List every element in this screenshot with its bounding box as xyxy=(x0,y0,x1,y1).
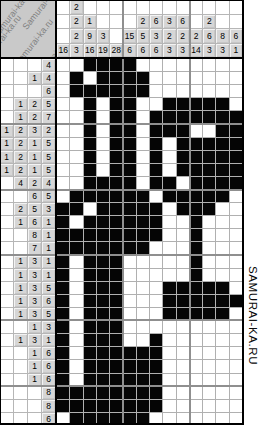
board-cell-r19c3[interactable] xyxy=(84,295,96,307)
board-cell-r4c4[interactable] xyxy=(97,98,109,110)
board-cell-r9c3[interactable] xyxy=(84,164,96,176)
board-cell-r22c9[interactable] xyxy=(163,334,175,346)
board-cell-r10c2[interactable] xyxy=(70,177,82,189)
board-cell-r6c9[interactable] xyxy=(163,125,175,137)
board-cell-r10c3[interactable] xyxy=(84,177,96,189)
board-cell-r9c11[interactable] xyxy=(190,164,202,176)
board-cell-r25c4[interactable] xyxy=(97,374,109,386)
board-cell-r25c5[interactable] xyxy=(110,374,122,386)
board-cell-r9c1[interactable] xyxy=(57,164,69,176)
board-cell-r24c10[interactable] xyxy=(177,360,189,372)
board-cell-r24c14[interactable] xyxy=(230,360,242,372)
board-cell-r6c1[interactable] xyxy=(57,125,69,137)
board-cell-r2c12[interactable] xyxy=(203,72,215,84)
board-cell-r10c12[interactable] xyxy=(203,177,215,189)
board-cell-r23c9[interactable] xyxy=(163,347,175,359)
board-cell-r9c8[interactable] xyxy=(150,164,162,176)
board-cell-r13c4[interactable] xyxy=(97,216,109,228)
board-cell-r10c11[interactable] xyxy=(190,177,202,189)
board-cell-r12c3[interactable] xyxy=(84,203,96,215)
board-cell-r18c4[interactable] xyxy=(97,282,109,294)
board-cell-r12c9[interactable] xyxy=(163,203,175,215)
board-cell-r17c5[interactable] xyxy=(110,269,122,281)
board-cell-r13c8[interactable] xyxy=(150,216,162,228)
board-cell-r5c8[interactable] xyxy=(150,111,162,123)
board-cell-r17c10[interactable] xyxy=(177,269,189,281)
board-cell-r21c12[interactable] xyxy=(203,321,215,333)
board-cell-r26c2[interactable] xyxy=(70,387,82,399)
board-cell-r8c1[interactable] xyxy=(57,151,69,163)
board-cell-r11c3[interactable] xyxy=(84,190,96,202)
board-cell-r26c11[interactable] xyxy=(190,387,202,399)
board-cell-r3c14[interactable] xyxy=(230,85,242,97)
board-cell-r11c6[interactable] xyxy=(123,190,135,202)
board-cell-r19c5[interactable] xyxy=(110,295,122,307)
board-cell-r25c8[interactable] xyxy=(150,374,162,386)
board-cell-r19c4[interactable] xyxy=(97,295,109,307)
board-cell-r6c14[interactable] xyxy=(230,125,242,137)
board-cell-r5c13[interactable] xyxy=(216,111,228,123)
board-cell-r27c3[interactable] xyxy=(84,400,96,412)
board-cell-r2c9[interactable] xyxy=(163,72,175,84)
board-cell-r19c14[interactable] xyxy=(230,295,242,307)
board-cell-r4c10[interactable] xyxy=(177,98,189,110)
board-cell-r1c7[interactable] xyxy=(137,59,149,71)
board-cell-r15c12[interactable] xyxy=(203,242,215,254)
board-cell-r13c14[interactable] xyxy=(230,216,242,228)
board-cell-r16c8[interactable] xyxy=(150,256,162,268)
board-cell-r13c9[interactable] xyxy=(163,216,175,228)
board-cell-r4c6[interactable] xyxy=(123,98,135,110)
board-cell-r6c11[interactable] xyxy=(190,125,202,137)
board-cell-r23c10[interactable] xyxy=(177,347,189,359)
board-cell-r19c9[interactable] xyxy=(163,295,175,307)
board-cell-r6c2[interactable] xyxy=(70,125,82,137)
board-cell-r17c2[interactable] xyxy=(70,269,82,281)
board-cell-r16c13[interactable] xyxy=(216,256,228,268)
board-cell-r17c14[interactable] xyxy=(230,269,242,281)
board-cell-r25c2[interactable] xyxy=(70,374,82,386)
board-cell-r14c1[interactable] xyxy=(57,229,69,241)
board-cell-r24c4[interactable] xyxy=(97,360,109,372)
board-cell-r24c13[interactable] xyxy=(216,360,228,372)
board-cell-r24c6[interactable] xyxy=(123,360,135,372)
board-cell-r19c8[interactable] xyxy=(150,295,162,307)
board-cell-r14c4[interactable] xyxy=(97,229,109,241)
board-cell-r7c8[interactable] xyxy=(150,138,162,150)
board-cell-r22c5[interactable] xyxy=(110,334,122,346)
board-cell-r10c13[interactable] xyxy=(216,177,228,189)
board-cell-r14c2[interactable] xyxy=(70,229,82,241)
board-cell-r17c8[interactable] xyxy=(150,269,162,281)
board-cell-r1c3[interactable] xyxy=(84,59,96,71)
board-cell-r21c6[interactable] xyxy=(123,321,135,333)
board-cell-r7c11[interactable] xyxy=(190,138,202,150)
board-cell-r9c10[interactable] xyxy=(177,164,189,176)
board-cell-r26c8[interactable] xyxy=(150,387,162,399)
board-cell-r2c8[interactable] xyxy=(150,72,162,84)
board-cell-r3c1[interactable] xyxy=(57,85,69,97)
board-cell-r14c7[interactable] xyxy=(137,229,149,241)
board-cell-r10c8[interactable] xyxy=(150,177,162,189)
board-cell-r27c8[interactable] xyxy=(150,400,162,412)
board-cell-r3c12[interactable] xyxy=(203,85,215,97)
board-cell-r7c6[interactable] xyxy=(123,138,135,150)
board-cell-r1c11[interactable] xyxy=(190,59,202,71)
board-cell-r24c9[interactable] xyxy=(163,360,175,372)
board-cell-r18c8[interactable] xyxy=(150,282,162,294)
board-cell-r5c3[interactable] xyxy=(84,111,96,123)
board-cell-r7c5[interactable] xyxy=(110,138,122,150)
board-cell-r11c4[interactable] xyxy=(97,190,109,202)
board-cell-r5c10[interactable] xyxy=(177,111,189,123)
board-cell-r12c6[interactable] xyxy=(123,203,135,215)
board-cell-r7c2[interactable] xyxy=(70,138,82,150)
board-cell-r6c3[interactable] xyxy=(84,125,96,137)
board-cell-r18c2[interactable] xyxy=(70,282,82,294)
board-cell-r6c7[interactable] xyxy=(137,125,149,137)
board-cell-r2c1[interactable] xyxy=(57,72,69,84)
board-cell-r26c3[interactable] xyxy=(84,387,96,399)
board-cell-r14c13[interactable] xyxy=(216,229,228,241)
board-cell-r16c3[interactable] xyxy=(84,256,96,268)
board-cell-r16c10[interactable] xyxy=(177,256,189,268)
board-cell-r14c3[interactable] xyxy=(84,229,96,241)
board-cell-r4c5[interactable] xyxy=(110,98,122,110)
board-cell-r21c2[interactable] xyxy=(70,321,82,333)
board-cell-r13c6[interactable] xyxy=(123,216,135,228)
board-cell-r17c9[interactable] xyxy=(163,269,175,281)
board-cell-r26c10[interactable] xyxy=(177,387,189,399)
board-cell-r5c12[interactable] xyxy=(203,111,215,123)
board-cell-r12c8[interactable] xyxy=(150,203,162,215)
board-cell-r25c3[interactable] xyxy=(84,374,96,386)
board-cell-r25c1[interactable] xyxy=(57,374,69,386)
board-cell-r12c1[interactable] xyxy=(57,203,69,215)
board-cell-r15c7[interactable] xyxy=(137,242,149,254)
board-cell-r23c13[interactable] xyxy=(216,347,228,359)
board-cell-r13c5[interactable] xyxy=(110,216,122,228)
board-cell-r15c9[interactable] xyxy=(163,242,175,254)
board-cell-r26c7[interactable] xyxy=(137,387,149,399)
board-cell-r26c4[interactable] xyxy=(97,387,109,399)
board-cell-r1c12[interactable] xyxy=(203,59,215,71)
board-cell-r15c10[interactable] xyxy=(177,242,189,254)
board-cell-r23c6[interactable] xyxy=(123,347,135,359)
board-cell-r5c14[interactable] xyxy=(230,111,242,123)
board-cell-r1c5[interactable] xyxy=(110,59,122,71)
board-cell-r21c8[interactable] xyxy=(150,321,162,333)
board-cell-r5c7[interactable] xyxy=(137,111,149,123)
board-cell-r24c12[interactable] xyxy=(203,360,215,372)
board-cell-r13c2[interactable] xyxy=(70,216,82,228)
board-cell-r22c12[interactable] xyxy=(203,334,215,346)
board-cell-r10c7[interactable] xyxy=(137,177,149,189)
board-cell-r2c3[interactable] xyxy=(84,72,96,84)
board-cell-r10c9[interactable] xyxy=(163,177,175,189)
board-cell-r24c3[interactable] xyxy=(84,360,96,372)
board-cell-r21c10[interactable] xyxy=(177,321,189,333)
board-cell-r16c1[interactable] xyxy=(57,256,69,268)
board-cell-r8c8[interactable] xyxy=(150,151,162,163)
board-cell-r5c11[interactable] xyxy=(190,111,202,123)
board-cell-r19c12[interactable] xyxy=(203,295,215,307)
board-cell-r2c2[interactable] xyxy=(70,72,82,84)
board-cell-r15c3[interactable] xyxy=(84,242,96,254)
board-cell-r12c12[interactable] xyxy=(203,203,215,215)
board-cell-r11c9[interactable] xyxy=(163,190,175,202)
board-cell-r17c12[interactable] xyxy=(203,269,215,281)
board-cell-r24c2[interactable] xyxy=(70,360,82,372)
board-cell-r23c2[interactable] xyxy=(70,347,82,359)
board-cell-r14c14[interactable] xyxy=(230,229,242,241)
board-cell-r10c14[interactable] xyxy=(230,177,242,189)
board-cell-r8c11[interactable] xyxy=(190,151,202,163)
board-cell-r18c6[interactable] xyxy=(123,282,135,294)
board-cell-r1c6[interactable] xyxy=(123,59,135,71)
board-cell-r16c6[interactable] xyxy=(123,256,135,268)
board-cell-r16c7[interactable] xyxy=(137,256,149,268)
board-cell-r21c9[interactable] xyxy=(163,321,175,333)
board-cell-r1c14[interactable] xyxy=(230,59,242,71)
board-cell-r12c4[interactable] xyxy=(97,203,109,215)
board-cell-r19c7[interactable] xyxy=(137,295,149,307)
board-cell-r16c2[interactable] xyxy=(70,256,82,268)
board-cell-r18c5[interactable] xyxy=(110,282,122,294)
board-cell-r19c2[interactable] xyxy=(70,295,82,307)
board-cell-r18c9[interactable] xyxy=(163,282,175,294)
board-cell-r17c7[interactable] xyxy=(137,269,149,281)
board-cell-r12c14[interactable] xyxy=(230,203,242,215)
board-cell-r16c12[interactable] xyxy=(203,256,215,268)
board-cell-r10c4[interactable] xyxy=(97,177,109,189)
board-cell-r3c5[interactable] xyxy=(110,85,122,97)
board-cell-r11c13[interactable] xyxy=(216,190,228,202)
board-cell-r27c9[interactable] xyxy=(163,400,175,412)
board-cell-r16c9[interactable] xyxy=(163,256,175,268)
board-cell-r1c13[interactable] xyxy=(216,59,228,71)
board-cell-r22c4[interactable] xyxy=(97,334,109,346)
board-cell-r18c12[interactable] xyxy=(203,282,215,294)
board-cell-r21c7[interactable] xyxy=(137,321,149,333)
board-cell-r11c7[interactable] xyxy=(137,190,149,202)
board-cell-r2c14[interactable] xyxy=(230,72,242,84)
board-cell-r19c13[interactable] xyxy=(216,295,228,307)
board-cell-r7c12[interactable] xyxy=(203,138,215,150)
board-cell-r23c5[interactable] xyxy=(110,347,122,359)
board-cell-r15c2[interactable] xyxy=(70,242,82,254)
board-cell-r8c2[interactable] xyxy=(70,151,82,163)
board-cell-r10c6[interactable] xyxy=(123,177,135,189)
board-cell-r27c14[interactable] xyxy=(230,400,242,412)
board-cell-r12c11[interactable] xyxy=(190,203,202,215)
board-cell-r1c2[interactable] xyxy=(70,59,82,71)
board-cell-r5c1[interactable] xyxy=(57,111,69,123)
board-cell-r11c12[interactable] xyxy=(203,190,215,202)
board-cell-r7c10[interactable] xyxy=(177,138,189,150)
board-cell-r5c6[interactable] xyxy=(123,111,135,123)
board-cell-r7c3[interactable] xyxy=(84,138,96,150)
board-cell-r15c13[interactable] xyxy=(216,242,228,254)
board-cell-r15c8[interactable] xyxy=(150,242,162,254)
board-cell-r23c3[interactable] xyxy=(84,347,96,359)
board-cell-r23c11[interactable] xyxy=(190,347,202,359)
board-cell-r13c7[interactable] xyxy=(137,216,149,228)
board-cell-r26c12[interactable] xyxy=(203,387,215,399)
board-cell-r9c7[interactable] xyxy=(137,164,149,176)
board-cell-r15c6[interactable] xyxy=(123,242,135,254)
board-cell-r18c10[interactable] xyxy=(177,282,189,294)
board-cell-r21c13[interactable] xyxy=(216,321,228,333)
board-cell-r9c4[interactable] xyxy=(97,164,109,176)
board-cell-r23c1[interactable] xyxy=(57,347,69,359)
board-cell-r8c4[interactable] xyxy=(97,151,109,163)
board-cell-r21c14[interactable] xyxy=(230,321,242,333)
board-cell-r26c1[interactable] xyxy=(57,387,69,399)
board-cell-r27c2[interactable] xyxy=(70,400,82,412)
board-cell-r11c8[interactable] xyxy=(150,190,162,202)
board-cell-r15c11[interactable] xyxy=(190,242,202,254)
board-cell-r21c11[interactable] xyxy=(190,321,202,333)
board-cell-r3c10[interactable] xyxy=(177,85,189,97)
board-cell-r4c13[interactable] xyxy=(216,98,228,110)
board-cell-r17c4[interactable] xyxy=(97,269,109,281)
board-cell-r22c7[interactable] xyxy=(137,334,149,346)
board-cell-r4c12[interactable] xyxy=(203,98,215,110)
board-cell-r25c11[interactable] xyxy=(190,374,202,386)
board-cell-r3c2[interactable] xyxy=(70,85,82,97)
board-cell-r9c14[interactable] xyxy=(230,164,242,176)
board-cell-r8c12[interactable] xyxy=(203,151,215,163)
board-cell-r14c6[interactable] xyxy=(123,229,135,241)
board-cell-r18c3[interactable] xyxy=(84,282,96,294)
board-cell-r11c10[interactable] xyxy=(177,190,189,202)
board-cell-r2c13[interactable] xyxy=(216,72,228,84)
board-cell-r26c9[interactable] xyxy=(163,387,175,399)
board-cell-r4c9[interactable] xyxy=(163,98,175,110)
board-cell-r5c4[interactable] xyxy=(97,111,109,123)
board-cell-r19c10[interactable] xyxy=(177,295,189,307)
board-cell-r25c6[interactable] xyxy=(123,374,135,386)
board-cell-r22c3[interactable] xyxy=(84,334,96,346)
board-cell-r23c4[interactable] xyxy=(97,347,109,359)
board-cell-r13c11[interactable] xyxy=(190,216,202,228)
board-cell-r5c9[interactable] xyxy=(163,111,175,123)
board-cell-r26c14[interactable] xyxy=(230,387,242,399)
board-cell-r7c7[interactable] xyxy=(137,138,149,150)
board-cell-r23c8[interactable] xyxy=(150,347,162,359)
board-cell-r13c12[interactable] xyxy=(203,216,215,228)
board-cell-r8c3[interactable] xyxy=(84,151,96,163)
board-cell-r24c5[interactable] xyxy=(110,360,122,372)
board-cell-r24c7[interactable] xyxy=(137,360,149,372)
board-cell-r1c8[interactable] xyxy=(150,59,162,71)
board-cell-r3c4[interactable] xyxy=(97,85,109,97)
board-cell-r15c14[interactable] xyxy=(230,242,242,254)
board-cell-r7c1[interactable] xyxy=(57,138,69,150)
board-cell-r27c11[interactable] xyxy=(190,400,202,412)
board-cell-r25c7[interactable] xyxy=(137,374,149,386)
board-cell-r22c6[interactable] xyxy=(123,334,135,346)
board-cell-r3c6[interactable] xyxy=(123,85,135,97)
board-cell-r13c3[interactable] xyxy=(84,216,96,228)
board-cell-r16c11[interactable] xyxy=(190,256,202,268)
board-cell-r23c14[interactable] xyxy=(230,347,242,359)
board-cell-r11c14[interactable] xyxy=(230,190,242,202)
board-cell-r14c9[interactable] xyxy=(163,229,175,241)
board-cell-r25c14[interactable] xyxy=(230,374,242,386)
board-cell-r4c14[interactable] xyxy=(230,98,242,110)
board-cell-r18c13[interactable] xyxy=(216,282,228,294)
board-cell-r11c1[interactable] xyxy=(57,190,69,202)
board-cell-r27c12[interactable] xyxy=(203,400,215,412)
board-cell-r22c11[interactable] xyxy=(190,334,202,346)
board-cell-r14c5[interactable] xyxy=(110,229,122,241)
board-cell-r6c10[interactable] xyxy=(177,125,189,137)
board-cell-r27c6[interactable] xyxy=(123,400,135,412)
board-cell-r27c4[interactable] xyxy=(97,400,109,412)
board-cell-r18c11[interactable] xyxy=(190,282,202,294)
board-cell-r23c12[interactable] xyxy=(203,347,215,359)
board-cell-r18c1[interactable] xyxy=(57,282,69,294)
board-cell-r6c8[interactable] xyxy=(150,125,162,137)
board-cell-r13c1[interactable] xyxy=(57,216,69,228)
board-cell-r4c2[interactable] xyxy=(70,98,82,110)
board-cell-r22c14[interactable] xyxy=(230,334,242,346)
board-cell-r17c3[interactable] xyxy=(84,269,96,281)
board-cell-r1c1[interactable] xyxy=(57,59,69,71)
board-cell-r6c12[interactable] xyxy=(203,125,215,137)
board-cell-r17c13[interactable] xyxy=(216,269,228,281)
board-cell-r11c2[interactable] xyxy=(70,190,82,202)
board-cell-r6c13[interactable] xyxy=(216,125,228,137)
board-cell-r18c14[interactable] xyxy=(230,282,242,294)
board-cell-r24c8[interactable] xyxy=(150,360,162,372)
board-cell-r8c7[interactable] xyxy=(137,151,149,163)
board-cell-r2c7[interactable] xyxy=(137,72,149,84)
board-cell-r3c7[interactable] xyxy=(137,85,149,97)
board-cell-r27c10[interactable] xyxy=(177,400,189,412)
board-cell-r7c13[interactable] xyxy=(216,138,228,150)
board-cell-r14c12[interactable] xyxy=(203,229,215,241)
board-cell-r3c11[interactable] xyxy=(190,85,202,97)
board-cell-r9c9[interactable] xyxy=(163,164,175,176)
board-cell-r12c10[interactable] xyxy=(177,203,189,215)
board-cell-r25c10[interactable] xyxy=(177,374,189,386)
board-cell-r19c11[interactable] xyxy=(190,295,202,307)
board-cell-r14c10[interactable] xyxy=(177,229,189,241)
board-cell-r10c5[interactable] xyxy=(110,177,122,189)
board-cell-r17c11[interactable] xyxy=(190,269,202,281)
board-cell-r6c6[interactable] xyxy=(123,125,135,137)
board-cell-r6c4[interactable] xyxy=(97,125,109,137)
board-cell-r22c10[interactable] xyxy=(177,334,189,346)
board-cell-r23c7[interactable] xyxy=(137,347,149,359)
board-cell-r7c4[interactable] xyxy=(97,138,109,150)
board-cell-r16c14[interactable] xyxy=(230,256,242,268)
board-cell-r3c3[interactable] xyxy=(84,85,96,97)
board-cell-r12c13[interactable] xyxy=(216,203,228,215)
board-cell-r5c5[interactable] xyxy=(110,111,122,123)
board-cell-r10c1[interactable] xyxy=(57,177,69,189)
board-cell-r26c6[interactable] xyxy=(123,387,135,399)
board-cell-r9c2[interactable] xyxy=(70,164,82,176)
board-cell-r3c13[interactable] xyxy=(216,85,228,97)
board-cell-r21c5[interactable] xyxy=(110,321,122,333)
board-cell-r19c6[interactable] xyxy=(123,295,135,307)
board-cell-r11c5[interactable] xyxy=(110,190,122,202)
board-cell-r17c1[interactable] xyxy=(57,269,69,281)
